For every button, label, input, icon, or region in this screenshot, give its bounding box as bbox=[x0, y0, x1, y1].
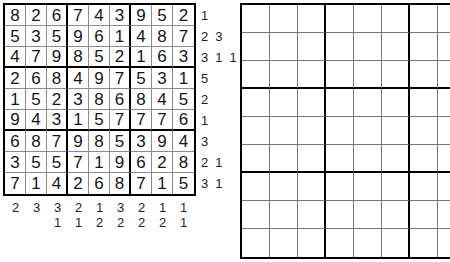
answer-cell-r1c6[interactable] bbox=[382, 5, 410, 33]
col-clue-8-line1: 1 bbox=[152, 200, 173, 215]
answer-cell-r6c1[interactable] bbox=[242, 145, 270, 173]
answer-cell-r7c5[interactable] bbox=[354, 173, 382, 201]
col-clue-4-line1: 2 bbox=[68, 200, 89, 215]
given-cell-r7c3: 7 bbox=[47, 131, 68, 152]
col-clue-7-line1: 2 bbox=[131, 200, 152, 215]
answer-cell-r5c1[interactable] bbox=[242, 117, 270, 145]
col-clue-1-line2 bbox=[5, 215, 26, 230]
given-cell-r8c5: 1 bbox=[89, 152, 110, 173]
answer-cell-r5c2[interactable] bbox=[270, 117, 298, 145]
answer-cell-r6c2[interactable] bbox=[270, 145, 298, 173]
col-clue-6-line2: 2 bbox=[110, 215, 131, 230]
given-cell-r2c7: 4 bbox=[131, 26, 152, 47]
answer-cell-r3c4[interactable] bbox=[326, 61, 354, 89]
given-cell-r1c8: 5 bbox=[152, 5, 173, 26]
answer-cell-r9c5[interactable] bbox=[354, 229, 382, 257]
answer-cell-r8c1[interactable] bbox=[242, 201, 270, 229]
answer-cell-r8c6[interactable] bbox=[382, 201, 410, 229]
col-clue-9-line1: 1 bbox=[173, 200, 194, 215]
col-clue-7-line2: 2 bbox=[131, 215, 152, 230]
row-clue-6: 1 bbox=[201, 110, 237, 131]
given-cell-r6c3: 3 bbox=[47, 110, 68, 131]
col-clue-8-line2: 2 bbox=[152, 215, 173, 230]
given-cell-r3c1: 4 bbox=[5, 47, 26, 68]
given-cell-r5c8: 4 bbox=[152, 89, 173, 110]
given-cell-r2c8: 8 bbox=[152, 26, 173, 47]
given-cell-r9c6: 8 bbox=[110, 173, 131, 194]
col-clue-4-line2: 1 bbox=[68, 215, 89, 230]
answer-cell-r3c3[interactable] bbox=[298, 61, 326, 89]
answer-cell-r8c2[interactable] bbox=[270, 201, 298, 229]
answer-cell-r4c1[interactable] bbox=[242, 89, 270, 117]
given-cell-r3c4: 8 bbox=[68, 47, 89, 68]
answer-cell-r1c3[interactable] bbox=[298, 5, 326, 33]
answer-cell-r8c8[interactable] bbox=[438, 201, 450, 229]
answer-cell-r3c2[interactable] bbox=[270, 61, 298, 89]
col-clue-5-line1: 1 bbox=[89, 200, 110, 215]
given-cell-r7c4: 9 bbox=[68, 131, 89, 152]
given-cell-r9c5: 6 bbox=[89, 173, 110, 194]
given-cell-r7c2: 8 bbox=[26, 131, 47, 152]
given-cell-r8c4: 7 bbox=[68, 152, 89, 173]
given-cell-r7c8: 9 bbox=[152, 131, 173, 152]
given-cell-r2c6: 1 bbox=[110, 26, 131, 47]
given-cell-r9c4: 2 bbox=[68, 173, 89, 194]
given-cell-r2c4: 9 bbox=[68, 26, 89, 47]
answer-cell-r7c6[interactable] bbox=[382, 173, 410, 201]
answer-cell-r9c3[interactable] bbox=[298, 229, 326, 257]
answer-cell-r6c7[interactable] bbox=[410, 145, 438, 173]
given-cell-r9c9: 5 bbox=[173, 173, 194, 194]
given-cell-r1c5: 4 bbox=[89, 5, 110, 26]
col-clue-3-line1: 3 bbox=[47, 200, 68, 215]
row-clue-5: 2 bbox=[201, 89, 237, 110]
answer-cell-r2c6[interactable] bbox=[382, 33, 410, 61]
given-cell-r4c2: 6 bbox=[26, 68, 47, 89]
answer-cell-r9c1[interactable] bbox=[242, 229, 270, 257]
given-cell-r2c3: 5 bbox=[47, 26, 68, 47]
given-cell-r6c7: 7 bbox=[131, 110, 152, 131]
answer-cell-r1c5[interactable] bbox=[354, 5, 382, 33]
given-cell-r3c6: 2 bbox=[110, 47, 131, 68]
answer-cell-r9c7[interactable] bbox=[410, 229, 438, 257]
col-clue-2-line2 bbox=[26, 215, 47, 230]
given-cell-r5c7: 8 bbox=[131, 89, 152, 110]
row-clue-number: 3 bbox=[201, 50, 208, 65]
row-clue-number: 1 bbox=[215, 176, 222, 191]
answer-cell-r4c2[interactable] bbox=[270, 89, 298, 117]
column-clues: 2332132111122221 bbox=[5, 200, 194, 230]
given-cell-r6c8: 7 bbox=[152, 110, 173, 131]
row-clue-number: 2 bbox=[201, 92, 208, 107]
given-cell-r3c3: 9 bbox=[47, 47, 68, 68]
given-cell-r7c9: 4 bbox=[173, 131, 194, 152]
given-cell-r1c7: 9 bbox=[131, 5, 152, 26]
given-cell-r5c2: 5 bbox=[26, 89, 47, 110]
answer-cell-r9c2[interactable] bbox=[270, 229, 298, 257]
answer-cell-r4c7[interactable] bbox=[410, 89, 438, 117]
given-cell-r7c6: 5 bbox=[110, 131, 131, 152]
answer-cell-r4c6[interactable] bbox=[382, 89, 410, 117]
row-clue-number: 1 bbox=[229, 50, 236, 65]
answer-cell-r9c6[interactable] bbox=[382, 229, 410, 257]
given-grid: 8267439525359614874798521632684975311523… bbox=[3, 3, 196, 196]
given-cell-r6c5: 5 bbox=[89, 110, 110, 131]
answer-cell-r6c6[interactable] bbox=[382, 145, 410, 173]
given-cell-r4c3: 8 bbox=[47, 68, 68, 89]
col-clue-5-line2: 2 bbox=[89, 215, 110, 230]
given-cell-r2c9: 7 bbox=[173, 26, 194, 47]
row-clue-number: 1 bbox=[201, 8, 208, 23]
answer-cell-r6c4[interactable] bbox=[326, 145, 354, 173]
given-cell-r3c7: 1 bbox=[131, 47, 152, 68]
given-cell-r1c6: 3 bbox=[110, 5, 131, 26]
row-clue-number: 3 bbox=[201, 134, 208, 149]
answer-cell-r5c6[interactable] bbox=[382, 117, 410, 145]
given-cell-r9c2: 1 bbox=[26, 173, 47, 194]
given-cell-r3c5: 5 bbox=[89, 47, 110, 68]
given-cell-r3c2: 7 bbox=[26, 47, 47, 68]
answer-cell-r3c8[interactable] bbox=[438, 61, 450, 89]
col-clue-3-line2: 1 bbox=[47, 215, 68, 230]
given-cell-r5c5: 8 bbox=[89, 89, 110, 110]
answer-cell-r2c3[interactable] bbox=[298, 33, 326, 61]
given-cell-r7c7: 3 bbox=[131, 131, 152, 152]
given-cell-r5c1: 1 bbox=[5, 89, 26, 110]
row-clue-number: 2 bbox=[201, 29, 208, 44]
answer-cell-r1c7[interactable] bbox=[410, 5, 438, 33]
row-clue-number: 3 bbox=[215, 29, 222, 44]
row-clue-4: 5 bbox=[201, 68, 237, 89]
given-cell-r9c3: 4 bbox=[47, 173, 68, 194]
given-cell-r4c5: 9 bbox=[89, 68, 110, 89]
given-cell-r8c8: 2 bbox=[152, 152, 173, 173]
given-cell-r4c8: 3 bbox=[152, 68, 173, 89]
given-cell-r1c1: 8 bbox=[5, 5, 26, 26]
given-cell-r3c8: 6 bbox=[152, 47, 173, 68]
given-cell-r9c7: 7 bbox=[131, 173, 152, 194]
given-cell-r4c6: 7 bbox=[110, 68, 131, 89]
given-cell-r4c1: 2 bbox=[5, 68, 26, 89]
row-clue-number: 1 bbox=[201, 113, 208, 128]
row-clue-3: 311 bbox=[201, 47, 237, 68]
answer-cell-r4c5[interactable] bbox=[354, 89, 382, 117]
answer-cell-r7c2[interactable] bbox=[270, 173, 298, 201]
answer-cell-r7c1[interactable] bbox=[242, 173, 270, 201]
answer-cell-r2c5[interactable] bbox=[354, 33, 382, 61]
given-cell-r2c1: 5 bbox=[5, 26, 26, 47]
given-cell-r8c1: 3 bbox=[5, 152, 26, 173]
given-cell-r2c2: 3 bbox=[26, 26, 47, 47]
answer-cell-r8c3[interactable] bbox=[298, 201, 326, 229]
answer-cell-r6c8[interactable] bbox=[438, 145, 450, 173]
given-cell-r7c5: 8 bbox=[89, 131, 110, 152]
answer-cell-r1c8[interactable] bbox=[438, 5, 450, 33]
given-cell-r2c5: 6 bbox=[89, 26, 110, 47]
answer-cell-r1c2[interactable] bbox=[270, 5, 298, 33]
given-cell-r6c6: 7 bbox=[110, 110, 131, 131]
given-cell-r8c6: 9 bbox=[110, 152, 131, 173]
answer-cell-r5c4[interactable] bbox=[326, 117, 354, 145]
given-cell-r5c9: 5 bbox=[173, 89, 194, 110]
given-cell-r8c3: 5 bbox=[47, 152, 68, 173]
row-clue-number: 2 bbox=[201, 155, 208, 170]
given-cell-r5c4: 3 bbox=[68, 89, 89, 110]
row-clue-number: 1 bbox=[215, 155, 222, 170]
answer-cell-r8c4[interactable] bbox=[326, 201, 354, 229]
col-clue-6-line1: 3 bbox=[110, 200, 131, 215]
answer-cell-r6c5[interactable] bbox=[354, 145, 382, 173]
given-cell-r3c9: 3 bbox=[173, 47, 194, 68]
given-cell-r6c2: 4 bbox=[26, 110, 47, 131]
row-clue-number: 1 bbox=[215, 50, 222, 65]
given-cell-r8c7: 6 bbox=[131, 152, 152, 173]
answer-cell-r1c1[interactable] bbox=[242, 5, 270, 33]
answer-cell-r9c4[interactable] bbox=[326, 229, 354, 257]
answer-cell-r2c7[interactable] bbox=[410, 33, 438, 61]
col-clue-2-line1: 3 bbox=[26, 200, 47, 215]
given-cell-r6c9: 6 bbox=[173, 110, 194, 131]
answer-cell-r3c5[interactable] bbox=[354, 61, 382, 89]
answer-cell-r6c3[interactable] bbox=[298, 145, 326, 173]
row-clue-number: 5 bbox=[201, 71, 208, 86]
answer-grid bbox=[240, 3, 450, 259]
given-cell-r4c4: 4 bbox=[68, 68, 89, 89]
row-clue-8: 21 bbox=[201, 152, 237, 173]
row-clue-1: 1 bbox=[201, 5, 237, 26]
row-clue-9: 31 bbox=[201, 173, 237, 194]
given-cell-r5c6: 6 bbox=[110, 89, 131, 110]
answer-cell-r4c8[interactable] bbox=[438, 89, 450, 117]
answer-cell-r1c4[interactable] bbox=[326, 5, 354, 33]
answer-cell-r7c4[interactable] bbox=[326, 173, 354, 201]
given-cell-r8c9: 8 bbox=[173, 152, 194, 173]
given-cell-r6c1: 9 bbox=[5, 110, 26, 131]
row-clue-7: 3 bbox=[201, 131, 237, 152]
answer-cell-r2c1[interactable] bbox=[242, 33, 270, 61]
given-cell-r4c7: 5 bbox=[131, 68, 152, 89]
answer-cell-r7c3[interactable] bbox=[298, 173, 326, 201]
col-clue-9-line2: 1 bbox=[173, 215, 194, 230]
answer-cell-r5c3[interactable] bbox=[298, 117, 326, 145]
given-cell-r9c8: 1 bbox=[152, 173, 173, 194]
answer-cell-r3c1[interactable] bbox=[242, 61, 270, 89]
answer-cell-r5c7[interactable] bbox=[410, 117, 438, 145]
given-cell-r1c2: 2 bbox=[26, 5, 47, 26]
given-cell-r1c9: 2 bbox=[173, 5, 194, 26]
given-cell-r1c4: 7 bbox=[68, 5, 89, 26]
given-cell-r5c3: 2 bbox=[47, 89, 68, 110]
answer-cell-r8c5[interactable] bbox=[354, 201, 382, 229]
answer-cell-r2c4[interactable] bbox=[326, 33, 354, 61]
answer-cell-r4c4[interactable] bbox=[326, 89, 354, 117]
puzzle-page: 8267439525359614874798521632684975311523… bbox=[0, 0, 450, 262]
answer-cell-r5c5[interactable] bbox=[354, 117, 382, 145]
given-cell-r9c1: 7 bbox=[5, 173, 26, 194]
row-clue-2: 23 bbox=[201, 26, 237, 47]
answer-cell-r2c2[interactable] bbox=[270, 33, 298, 61]
given-cell-r8c2: 5 bbox=[26, 152, 47, 173]
answer-cell-r4c3[interactable] bbox=[298, 89, 326, 117]
row-clue-number: 3 bbox=[201, 176, 208, 191]
answer-cell-r8c7[interactable] bbox=[410, 201, 438, 229]
answer-cell-r5c8[interactable] bbox=[438, 117, 450, 145]
col-clue-1-line1: 2 bbox=[5, 200, 26, 215]
given-cell-r4c9: 1 bbox=[173, 68, 194, 89]
given-cell-r7c1: 6 bbox=[5, 131, 26, 152]
answer-cell-r3c7[interactable] bbox=[410, 61, 438, 89]
answer-cell-r3c6[interactable] bbox=[382, 61, 410, 89]
answer-cell-r9c8[interactable] bbox=[438, 229, 450, 257]
answer-cell-r7c7[interactable] bbox=[410, 173, 438, 201]
row-clues: 12331152132131 bbox=[201, 5, 237, 194]
answer-cell-r7c8[interactable] bbox=[438, 173, 450, 201]
given-cell-r1c3: 6 bbox=[47, 5, 68, 26]
given-cell-r6c4: 1 bbox=[68, 110, 89, 131]
answer-cell-r2c8[interactable] bbox=[438, 33, 450, 61]
